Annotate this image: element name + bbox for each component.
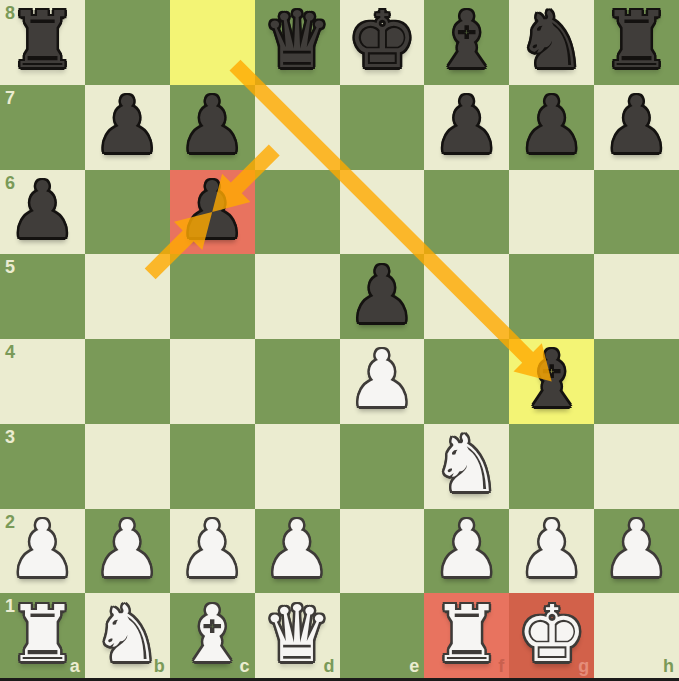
square-f2[interactable]: ♟ xyxy=(424,509,509,594)
square-b6[interactable] xyxy=(85,170,170,255)
black-pawn-a6[interactable]: ♟ xyxy=(7,171,77,249)
square-g4[interactable]: ♝ xyxy=(509,339,594,424)
black-bishop-g4[interactable]: ♝ xyxy=(517,340,587,418)
square-c8[interactable] xyxy=(170,0,255,85)
square-e6[interactable] xyxy=(340,170,425,255)
rank-label-5: 5 xyxy=(5,258,15,276)
white-pawn-f2[interactable]: ♟ xyxy=(432,510,502,588)
square-a3[interactable]: 3 xyxy=(0,424,85,509)
square-a7[interactable]: 7 xyxy=(0,85,85,170)
white-pawn-g2[interactable]: ♟ xyxy=(517,510,587,588)
square-d6[interactable] xyxy=(255,170,340,255)
black-pawn-f7[interactable]: ♟ xyxy=(432,86,502,164)
square-e1[interactable]: e xyxy=(340,593,425,678)
black-bishop-f8[interactable]: ♝ xyxy=(432,1,502,79)
square-h2[interactable]: ♟ xyxy=(594,509,679,594)
square-e5[interactable]: ♟ xyxy=(340,254,425,339)
square-c2[interactable]: ♟ xyxy=(170,509,255,594)
square-h1[interactable]: h xyxy=(594,593,679,678)
chess-board[interactable]: 8♜♛♚♝♞♜7♟♟♟♟♟6♟♟5♟4♟♝3♞2♟♟♟♟♟♟♟1a♜b♞c♝d♛… xyxy=(0,0,679,678)
square-d7[interactable] xyxy=(255,85,340,170)
black-queen-d8[interactable]: ♛ xyxy=(262,1,332,79)
square-b2[interactable]: ♟ xyxy=(85,509,170,594)
square-d3[interactable] xyxy=(255,424,340,509)
square-g7[interactable]: ♟ xyxy=(509,85,594,170)
square-h8[interactable]: ♜ xyxy=(594,0,679,85)
square-c3[interactable] xyxy=(170,424,255,509)
square-e2[interactable] xyxy=(340,509,425,594)
black-knight-g8[interactable]: ♞ xyxy=(517,1,587,79)
square-a4[interactable]: 4 xyxy=(0,339,85,424)
white-pawn-c2[interactable]: ♟ xyxy=(177,510,247,588)
black-king-e8[interactable]: ♚ xyxy=(347,1,417,79)
square-d1[interactable]: d♛ xyxy=(255,593,340,678)
square-g5[interactable] xyxy=(509,254,594,339)
rank-label-4: 4 xyxy=(5,343,15,361)
square-h6[interactable] xyxy=(594,170,679,255)
file-label-h: h xyxy=(663,657,674,675)
square-b8[interactable] xyxy=(85,0,170,85)
square-c1[interactable]: c♝ xyxy=(170,593,255,678)
black-pawn-c6[interactable]: ♟ xyxy=(177,171,247,249)
square-g2[interactable]: ♟ xyxy=(509,509,594,594)
square-b5[interactable] xyxy=(85,254,170,339)
square-h5[interactable] xyxy=(594,254,679,339)
white-queen-d1[interactable]: ♛ xyxy=(262,595,332,673)
square-h3[interactable] xyxy=(594,424,679,509)
black-pawn-b7[interactable]: ♟ xyxy=(92,86,162,164)
file-label-e: e xyxy=(409,657,419,675)
square-f5[interactable] xyxy=(424,254,509,339)
square-f4[interactable] xyxy=(424,339,509,424)
square-e8[interactable]: ♚ xyxy=(340,0,425,85)
square-a8[interactable]: 8♜ xyxy=(0,0,85,85)
square-g3[interactable] xyxy=(509,424,594,509)
square-d8[interactable]: ♛ xyxy=(255,0,340,85)
square-f1[interactable]: f♜ xyxy=(424,593,509,678)
square-a5[interactable]: 5 xyxy=(0,254,85,339)
white-pawn-e4[interactable]: ♟ xyxy=(347,340,417,418)
square-b4[interactable] xyxy=(85,339,170,424)
white-king-g1[interactable]: ♚ xyxy=(517,595,587,673)
square-a1[interactable]: 1a♜ xyxy=(0,593,85,678)
rank-label-3: 3 xyxy=(5,428,15,446)
white-rook-f1[interactable]: ♜ xyxy=(432,595,502,673)
black-pawn-h7[interactable]: ♟ xyxy=(602,86,672,164)
chess-board-window: 8♜♛♚♝♞♜7♟♟♟♟♟6♟♟5♟4♟♝3♞2♟♟♟♟♟♟♟1a♜b♞c♝d♛… xyxy=(0,0,679,681)
square-g1[interactable]: g♚ xyxy=(509,593,594,678)
white-knight-b1[interactable]: ♞ xyxy=(92,595,162,673)
square-e4[interactable]: ♟ xyxy=(340,339,425,424)
black-rook-a8[interactable]: ♜ xyxy=(7,1,77,79)
square-e3[interactable] xyxy=(340,424,425,509)
white-pawn-a2[interactable]: ♟ xyxy=(7,510,77,588)
square-f3[interactable]: ♞ xyxy=(424,424,509,509)
black-pawn-c7[interactable]: ♟ xyxy=(177,86,247,164)
square-f6[interactable] xyxy=(424,170,509,255)
black-pawn-e5[interactable]: ♟ xyxy=(347,256,417,334)
square-a6[interactable]: 6♟ xyxy=(0,170,85,255)
white-rook-a1[interactable]: ♜ xyxy=(7,595,77,673)
white-pawn-h2[interactable]: ♟ xyxy=(602,510,672,588)
square-c7[interactable]: ♟ xyxy=(170,85,255,170)
square-d2[interactable]: ♟ xyxy=(255,509,340,594)
square-b1[interactable]: b♞ xyxy=(85,593,170,678)
square-b3[interactable] xyxy=(85,424,170,509)
square-a2[interactable]: 2♟ xyxy=(0,509,85,594)
square-c5[interactable] xyxy=(170,254,255,339)
square-c6[interactable]: ♟ xyxy=(170,170,255,255)
square-d5[interactable] xyxy=(255,254,340,339)
square-f7[interactable]: ♟ xyxy=(424,85,509,170)
white-knight-f3[interactable]: ♞ xyxy=(432,425,502,503)
white-pawn-b2[interactable]: ♟ xyxy=(92,510,162,588)
square-c4[interactable] xyxy=(170,339,255,424)
square-b7[interactable]: ♟ xyxy=(85,85,170,170)
square-g6[interactable] xyxy=(509,170,594,255)
white-bishop-c1[interactable]: ♝ xyxy=(177,595,247,673)
black-pawn-g7[interactable]: ♟ xyxy=(517,86,587,164)
square-h4[interactable] xyxy=(594,339,679,424)
square-h7[interactable]: ♟ xyxy=(594,85,679,170)
rank-label-7: 7 xyxy=(5,89,15,107)
black-rook-h8[interactable]: ♜ xyxy=(602,1,672,79)
white-pawn-d2[interactable]: ♟ xyxy=(262,510,332,588)
square-d4[interactable] xyxy=(255,339,340,424)
square-e7[interactable] xyxy=(340,85,425,170)
square-f8[interactable]: ♝ xyxy=(424,0,509,85)
square-g8[interactable]: ♞ xyxy=(509,0,594,85)
